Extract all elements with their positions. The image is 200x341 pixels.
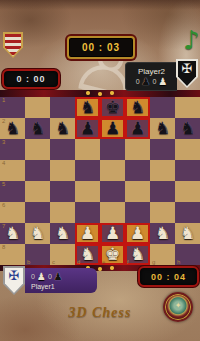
- square-a2[interactable]: 2♞: [0, 118, 25, 139]
- white-pawn-icon: ♟: [158, 77, 167, 87]
- maltese-cross-icon: ✠: [176, 62, 198, 75]
- player1-panel: 0 ♟ 0 ♟ Player1: [25, 268, 97, 293]
- captured-count: 0: [153, 78, 157, 85]
- square-f3[interactable]: [125, 139, 150, 160]
- red-striped-shield-icon: [3, 32, 23, 58]
- music-note-icon[interactable]: ♪: [183, 27, 200, 53]
- square-e6[interactable]: [100, 202, 125, 223]
- square-c4[interactable]: [50, 160, 75, 181]
- piece-black-knight: ♞: [125, 97, 150, 118]
- square-f7[interactable]: ♟: [125, 223, 150, 244]
- square-b8[interactable]: b: [25, 244, 50, 265]
- square-g6[interactable]: [150, 202, 175, 223]
- rank-label: 3: [2, 139, 5, 145]
- piece-black-pawn: ♟: [100, 118, 125, 139]
- square-g7[interactable]: ♞: [150, 223, 175, 244]
- piece-white-pawn: ♟: [100, 223, 125, 244]
- player2-clock: 0 : 00: [2, 69, 60, 89]
- piece-black-knight: ♞: [0, 118, 25, 139]
- piece-white-knight: ♞: [175, 223, 200, 244]
- square-a6[interactable]: 6: [0, 202, 25, 223]
- turn-timer: 00 : 03: [67, 36, 135, 59]
- board-frame-top: [0, 90, 200, 97]
- square-e8[interactable]: e♚: [100, 244, 125, 265]
- rank-label: 8: [2, 244, 5, 250]
- square-a7[interactable]: 7♞: [0, 223, 25, 244]
- rank-label: 5: [2, 181, 5, 187]
- piece-white-pawn: ♟: [75, 223, 100, 244]
- black-pawn-icon: ♟: [142, 77, 151, 87]
- square-h5[interactable]: [175, 181, 200, 202]
- captured-count: 0: [48, 273, 52, 280]
- square-a4[interactable]: 4: [0, 160, 25, 181]
- square-g3[interactable]: [150, 139, 175, 160]
- square-d1[interactable]: ♞: [75, 97, 100, 118]
- square-d4[interactable]: [75, 160, 100, 181]
- square-d5[interactable]: [75, 181, 100, 202]
- compass-medallion-button[interactable]: ✦: [163, 292, 193, 322]
- square-g4[interactable]: [150, 160, 175, 181]
- piece-black-pawn: ♟: [75, 118, 100, 139]
- player1-captured-counts: 0 ♟ 0 ♟: [31, 272, 63, 282]
- player1-clock-value: 00 : 04: [151, 272, 186, 282]
- piece-white-knight: ♞: [75, 244, 100, 265]
- piece-black-knight: ♞: [150, 118, 175, 139]
- player1-shield-icon: ✠: [3, 266, 25, 295]
- game-screen: ♙ 00 : 03 ♪ 0 : 00 Player2 0 ♟ 0 ♟ ✠ 1♞♚…: [0, 0, 200, 341]
- square-b2[interactable]: ♞: [25, 118, 50, 139]
- square-b5[interactable]: [25, 181, 50, 202]
- square-h3[interactable]: [175, 139, 200, 160]
- square-a5[interactable]: 5: [0, 181, 25, 202]
- square-f6[interactable]: [125, 202, 150, 223]
- square-g5[interactable]: [150, 181, 175, 202]
- square-a8[interactable]: 8: [0, 244, 25, 265]
- piece-white-knight: ♞: [50, 223, 75, 244]
- player2-clock-value: 0 : 00: [16, 74, 45, 84]
- maltese-cross-icon: ✠: [3, 269, 25, 282]
- rank-label: 6: [2, 202, 5, 208]
- turn-timer-value: 00 : 03: [82, 42, 120, 53]
- square-a1[interactable]: 1: [0, 97, 25, 118]
- player1-clock: 00 : 04: [138, 266, 199, 287]
- square-b3[interactable]: [25, 139, 50, 160]
- square-f5[interactable]: [125, 181, 150, 202]
- player2-panel: Player2 0 ♟ 0 ♟: [125, 62, 177, 91]
- square-b4[interactable]: [25, 160, 50, 181]
- square-f1[interactable]: ♞: [125, 97, 150, 118]
- square-d8[interactable]: d♞: [75, 244, 100, 265]
- square-h2[interactable]: ♞: [175, 118, 200, 139]
- piece-white-knight: ♞: [0, 223, 25, 244]
- square-d7[interactable]: ♟: [75, 223, 100, 244]
- player2-captured-counts: 0 ♟ 0 ♟: [136, 77, 168, 87]
- square-b1[interactable]: [25, 97, 50, 118]
- square-e1[interactable]: ♚: [100, 97, 125, 118]
- square-a3[interactable]: 3: [0, 139, 25, 160]
- square-e5[interactable]: [100, 181, 125, 202]
- piece-black-king: ♚: [100, 97, 125, 118]
- square-c7[interactable]: ♞: [50, 223, 75, 244]
- square-e7[interactable]: ♟: [100, 223, 125, 244]
- piece-black-knight: ♞: [25, 118, 50, 139]
- app-title-watermark: 3D Chess: [50, 305, 150, 321]
- square-b6[interactable]: [25, 202, 50, 223]
- square-c5[interactable]: [50, 181, 75, 202]
- square-c1[interactable]: [50, 97, 75, 118]
- square-h7[interactable]: ♞: [175, 223, 200, 244]
- square-d3[interactable]: [75, 139, 100, 160]
- piece-white-pawn: ♟: [125, 223, 150, 244]
- square-e2[interactable]: ♟: [100, 118, 125, 139]
- piece-black-knight: ♞: [75, 97, 100, 118]
- rank-label: 4: [2, 160, 5, 166]
- square-h6[interactable]: [175, 202, 200, 223]
- captured-count: 0: [136, 78, 140, 85]
- rank-label: 1: [2, 97, 5, 103]
- square-f2[interactable]: ♟: [125, 118, 150, 139]
- square-h4[interactable]: [175, 160, 200, 181]
- square-f4[interactable]: [125, 160, 150, 181]
- square-f8[interactable]: f♞: [125, 244, 150, 265]
- square-e3[interactable]: [100, 139, 125, 160]
- square-b7[interactable]: ♞: [25, 223, 50, 244]
- piece-white-king: ♚: [100, 244, 125, 265]
- player1-name: Player1: [31, 283, 55, 290]
- square-d6[interactable]: [75, 202, 100, 223]
- square-g2[interactable]: ♞: [150, 118, 175, 139]
- piece-black-knight: ♞: [175, 118, 200, 139]
- square-d2[interactable]: ♟: [75, 118, 100, 139]
- white-pawn-icon: ♟: [37, 272, 46, 282]
- captured-count: 0: [31, 273, 35, 280]
- player2-shield-icon: ✠: [176, 59, 198, 88]
- square-c6[interactable]: [50, 202, 75, 223]
- square-c3[interactable]: [50, 139, 75, 160]
- piece-white-knight: ♞: [150, 223, 175, 244]
- black-pawn-icon: ♟: [54, 272, 63, 282]
- piece-black-knight: ♞: [50, 118, 75, 139]
- square-c8[interactable]: c: [50, 244, 75, 265]
- square-e4[interactable]: [100, 160, 125, 181]
- player2-name: Player2: [138, 67, 165, 76]
- star-icon: ✦: [165, 301, 191, 310]
- piece-white-knight: ♞: [25, 223, 50, 244]
- square-g1[interactable]: [150, 97, 175, 118]
- square-h8[interactable]: h: [175, 244, 200, 265]
- piece-white-knight: ♞: [125, 244, 150, 265]
- chess-board: 1♞♚♞2♞♞♞♟♟♟♞♞34567♞♞♞♟♟♟♞♞8bcd♞e♚f♞gh: [0, 97, 200, 265]
- square-h1[interactable]: [175, 97, 200, 118]
- piece-black-pawn: ♟: [125, 118, 150, 139]
- square-c2[interactable]: ♞: [50, 118, 75, 139]
- square-g8[interactable]: g: [150, 244, 175, 265]
